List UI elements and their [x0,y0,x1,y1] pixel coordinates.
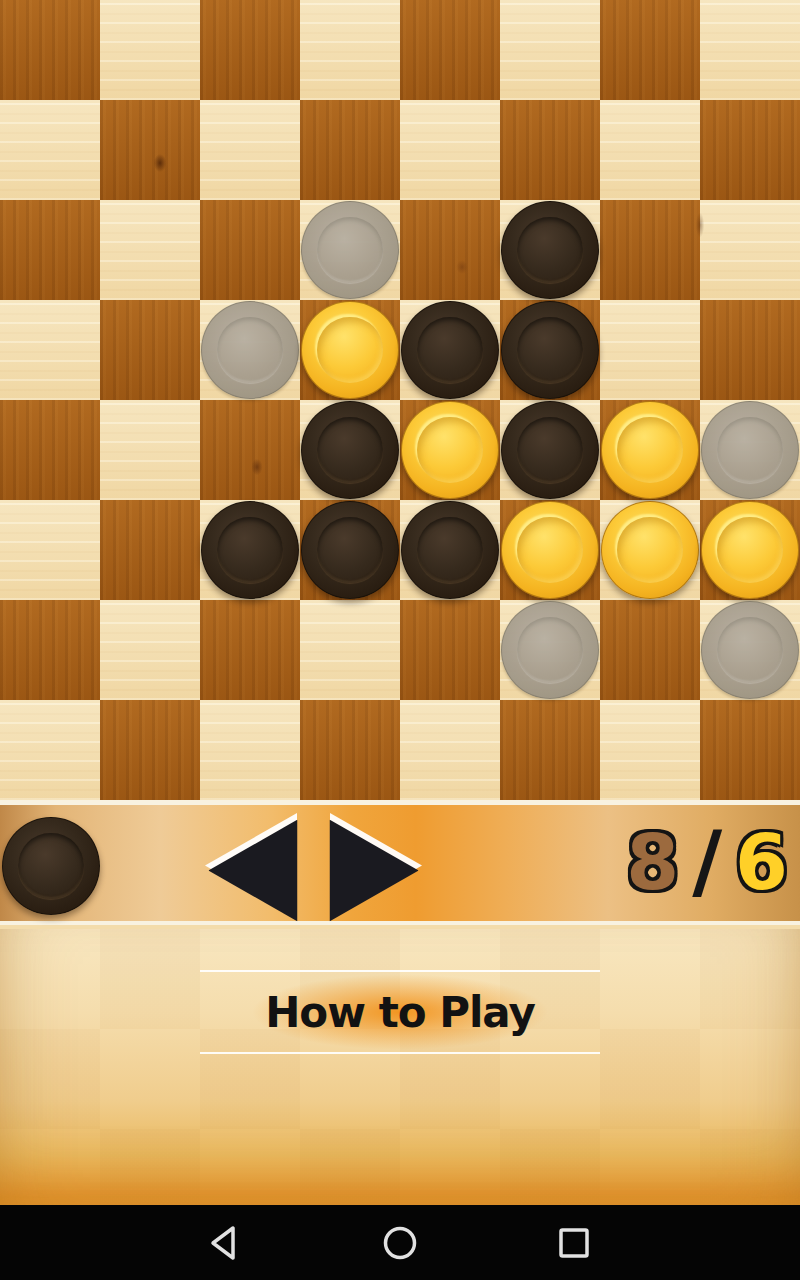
board-square[interactable] [100,400,200,500]
board-square[interactable] [300,600,400,700]
dark-piece [501,201,599,299]
board-square[interactable] [700,300,800,400]
board-square[interactable] [700,600,800,700]
board-square[interactable] [600,100,700,200]
board-square[interactable] [300,700,400,800]
board-square[interactable] [400,100,500,200]
recents-button[interactable] [552,1221,596,1265]
ghost-piece [701,401,799,499]
board-square[interactable] [700,500,800,600]
board-square[interactable] [700,400,800,500]
board-square[interactable] [0,300,100,400]
board-square[interactable] [600,0,700,100]
board-square[interactable] [600,200,700,300]
dark-piece [301,501,399,599]
score-display: 8 / 6 [626,805,788,921]
board-square[interactable] [100,500,200,600]
board-square[interactable] [0,500,100,600]
board-square[interactable] [100,200,200,300]
board-square[interactable] [400,0,500,100]
board-square[interactable] [400,200,500,300]
board-square[interactable] [200,600,300,700]
board-square[interactable] [0,200,100,300]
board-square[interactable] [400,600,500,700]
board-square[interactable] [200,700,300,800]
board-square[interactable] [400,400,500,500]
board-square[interactable] [300,500,400,600]
ghost-piece [201,301,299,399]
board-square[interactable] [0,600,100,700]
yellow-piece [601,501,699,599]
board-square[interactable] [500,400,600,500]
board-square[interactable] [600,500,700,600]
how-to-play-button[interactable]: How to Play [200,970,600,1054]
ghost-piece [501,601,599,699]
dark-piece [401,501,499,599]
android-navigation-bar [0,1205,800,1280]
board-square[interactable] [500,100,600,200]
board-square[interactable] [200,0,300,100]
board-square[interactable] [500,200,600,300]
yellow-piece [501,501,599,599]
yellow-piece [601,401,699,499]
board-square[interactable] [500,600,600,700]
right-arrow-icon [329,820,418,922]
board-square[interactable] [300,100,400,200]
board-square[interactable] [100,600,200,700]
control-bar: 8 / 6 [0,800,800,925]
board-square[interactable] [100,300,200,400]
board-square[interactable] [200,300,300,400]
board-square[interactable] [200,100,300,200]
home-icon [380,1223,420,1263]
board-square[interactable] [200,200,300,300]
board-square[interactable] [700,100,800,200]
board-square[interactable] [500,300,600,400]
board-square[interactable] [600,300,700,400]
board-square[interactable] [400,300,500,400]
dark-score: 8 [626,825,679,901]
turn-indicator-piece [2,817,100,915]
board-square[interactable] [300,300,400,400]
board-square[interactable] [500,700,600,800]
board-square[interactable] [700,0,800,100]
score-separator: / [692,820,722,902]
board-square[interactable] [0,700,100,800]
dark-piece [301,401,399,499]
board-square[interactable] [300,200,400,300]
dark-piece [501,401,599,499]
ghost-piece [701,601,799,699]
board-square[interactable] [600,400,700,500]
app-screen: 8 / 6 How to Play [0,0,800,1280]
board-square[interactable] [0,400,100,500]
home-button[interactable] [378,1221,422,1265]
game-board [0,0,800,800]
dark-piece [201,501,299,599]
board-square[interactable] [100,0,200,100]
back-icon [206,1223,246,1263]
how-to-play-label: How to Play [200,970,600,1054]
board-square[interactable] [400,700,500,800]
board-square[interactable] [300,400,400,500]
dark-piece [501,301,599,399]
board-square[interactable] [200,500,300,600]
board-square[interactable] [600,600,700,700]
board-square[interactable] [100,100,200,200]
board-square[interactable] [600,700,700,800]
yellow-piece [401,401,499,499]
board-square[interactable] [500,0,600,100]
previous-move-button[interactable] [205,813,297,918]
board-square[interactable] [400,500,500,600]
yellow-piece [301,301,399,399]
board-square[interactable] [200,400,300,500]
board-square[interactable] [100,700,200,800]
board-square[interactable] [700,200,800,300]
board-square[interactable] [300,0,400,100]
board-square[interactable] [500,500,600,600]
board-square[interactable] [0,0,100,100]
left-arrow-icon [208,820,297,922]
divider-line-bottom [200,1052,600,1054]
yellow-piece [701,501,799,599]
dark-piece [401,301,499,399]
board-square[interactable] [0,100,100,200]
yellow-score: 6 [735,825,788,901]
menu-section: How to Play [0,929,800,1205]
back-button[interactable] [204,1221,248,1265]
board-square[interactable] [700,700,800,800]
next-move-button[interactable] [330,813,422,918]
ghost-piece [301,201,399,299]
recents-icon [554,1223,594,1263]
